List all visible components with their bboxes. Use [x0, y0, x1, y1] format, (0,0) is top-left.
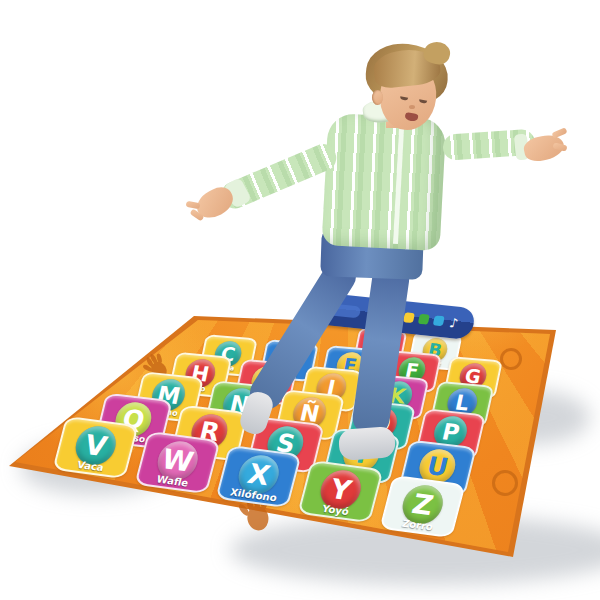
tiles-layer: ABBebéCCasaDDedoEFFotoGGatoHHiloIJJugoKK…	[0, 0, 600, 600]
mat-tile-V[interactable]: VVaca	[52, 416, 138, 479]
child-nose	[409, 105, 415, 109]
mat-tile-Z[interactable]: ZZorro	[379, 474, 465, 537]
child-right-sock	[338, 426, 396, 461]
mat-tile-W[interactable]: WWafle	[134, 431, 220, 494]
mat-tile-X[interactable]: XXilófono	[216, 445, 302, 508]
speaker-button[interactable]	[433, 315, 445, 326]
product-photo-scene: { "game": "alphabet-musical-playmat", "l…	[0, 0, 600, 600]
music-note-icon: ♪	[448, 316, 459, 330]
child-ear	[372, 90, 383, 105]
child-torso	[322, 113, 447, 251]
mat-tile-Y[interactable]: YYoyó	[298, 460, 384, 523]
speaker-button[interactable]	[403, 312, 415, 323]
speaker-button[interactable]	[418, 314, 430, 325]
